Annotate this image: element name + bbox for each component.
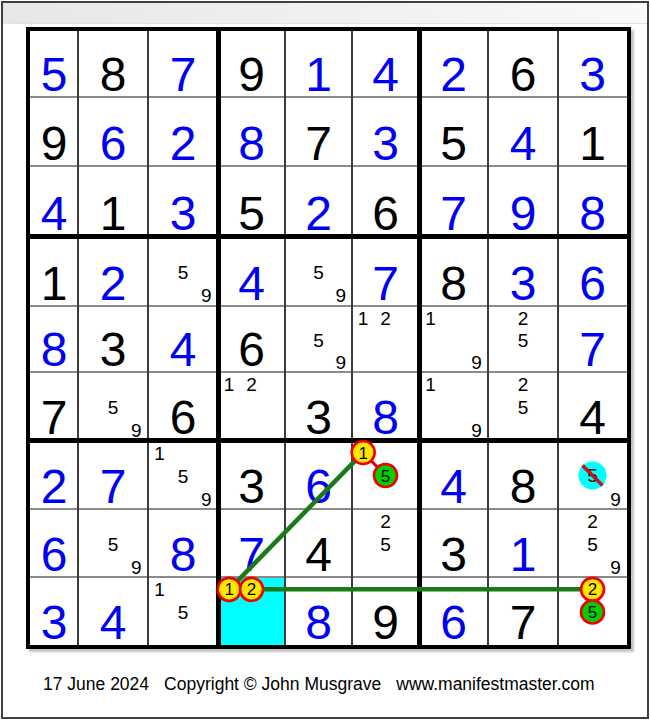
cell-r2c9[interactable]: 1 <box>558 97 627 166</box>
cell-value: 6 <box>488 51 558 99</box>
cell-value: 4 <box>488 120 558 168</box>
grid-line-h <box>30 371 627 373</box>
cell-r1c6[interactable]: 4 <box>352 31 419 97</box>
cell-value: 3 <box>419 531 488 579</box>
cell-r6c2[interactable]: 59 <box>78 372 148 440</box>
cell-value: 3 <box>78 326 148 374</box>
cell-value: 8 <box>488 463 558 511</box>
cell-r8c6[interactable]: 25 <box>352 509 419 577</box>
pencil-mark: 2 <box>518 308 529 327</box>
cell-value: 9 <box>352 599 419 647</box>
cell-value: 8 <box>78 51 148 99</box>
grid-line-h <box>30 96 627 98</box>
cell-value: 1 <box>488 531 558 579</box>
cell-value: 1 <box>78 190 148 238</box>
cell-value: 5 <box>30 51 78 99</box>
cell-r8c8[interactable]: 1 <box>488 509 558 577</box>
cell-value: 4 <box>352 51 419 99</box>
grid-line-h <box>30 305 627 307</box>
cell-r7c1[interactable]: 2 <box>30 440 78 509</box>
cell-value: 2 <box>78 260 148 308</box>
cell-value: 7 <box>352 260 419 308</box>
cell-r6c7[interactable]: 19 <box>419 372 488 440</box>
cell-r7c9[interactable]: 9 <box>558 440 627 509</box>
cell-value: 7 <box>30 394 78 442</box>
cell-r5c7[interactable]: 19 <box>419 306 488 372</box>
cell-r1c4[interactable]: 9 <box>218 31 285 97</box>
pencil-mark: 9 <box>131 557 142 576</box>
cell-r7c6[interactable] <box>352 440 419 509</box>
pencil-mark: 9 <box>471 420 482 439</box>
cell-r8c7[interactable]: 3 <box>419 509 488 577</box>
cell-value: 6 <box>285 463 352 511</box>
cell-value: 9 <box>30 120 78 168</box>
cell-r7c4[interactable]: 3 <box>218 440 285 509</box>
cell-value: 2 <box>30 463 78 511</box>
pencil-mark: 2 <box>587 512 598 531</box>
cell-r4c4[interactable]: 4 <box>218 236 285 306</box>
cell-r9c3[interactable]: 15 <box>148 577 218 645</box>
grid-line-v <box>147 31 149 645</box>
pencil-mark: 1 <box>154 580 165 599</box>
cell-value: 5 <box>419 120 488 168</box>
cell-r7c3[interactable]: 159 <box>148 440 218 509</box>
pencil-mark: 5 <box>587 535 598 554</box>
cell-value: 4 <box>148 326 218 374</box>
pencil-mark: 5 <box>313 263 324 282</box>
cell-r5c5[interactable]: 59 <box>285 306 352 372</box>
cell-r8c4[interactable]: 7 <box>218 509 285 577</box>
pencil-mark: 1 <box>425 375 436 394</box>
cell-value: 3 <box>218 463 285 511</box>
cell-value: 6 <box>30 531 78 579</box>
sudoku-board: 5879142639628735414135267981259459783683… <box>26 27 631 649</box>
cell-value: 8 <box>30 326 78 374</box>
cell-r3c5[interactable]: 2 <box>285 166 352 236</box>
cell-r9c1[interactable]: 3 <box>30 577 78 645</box>
pencil-mark: 5 <box>108 535 119 554</box>
cell-r5c9[interactable]: 7 <box>558 306 627 372</box>
pencil-mark: 9 <box>201 286 212 305</box>
cell-value: 6 <box>352 190 419 238</box>
cell-value: 4 <box>78 599 148 647</box>
cell-r5c4[interactable]: 6 <box>218 306 285 372</box>
cell-r6c8[interactable]: 25 <box>488 372 558 440</box>
grid-line-v <box>351 31 353 645</box>
cell-value: 9 <box>488 190 558 238</box>
pencil-mark: 9 <box>131 420 142 439</box>
cell-r5c6[interactable]: 12 <box>352 306 419 372</box>
grid-line-h <box>30 508 627 510</box>
cell-value: 7 <box>488 599 558 647</box>
cell-r4c9[interactable]: 6 <box>558 236 627 306</box>
pencil-mark: 5 <box>518 330 529 349</box>
cell-r5c1[interactable]: 8 <box>30 306 78 372</box>
cell-r4c8[interactable]: 3 <box>488 236 558 306</box>
footer: 17 June 2024 Copyright © John Musgrave w… <box>43 674 595 695</box>
cell-value: 7 <box>148 51 218 99</box>
cell-r6c9[interactable]: 4 <box>558 372 627 440</box>
sudoku-page: 5879142639628735414135267981259459783683… <box>0 0 650 720</box>
pencil-mark: 9 <box>336 286 347 305</box>
cell-r7c2[interactable]: 7 <box>78 440 148 509</box>
cell-value: 3 <box>352 120 419 168</box>
cell-r7c8[interactable]: 8 <box>488 440 558 509</box>
cell-r9c9[interactable] <box>558 577 627 645</box>
cell-value: 7 <box>285 120 352 168</box>
cell-r3c7[interactable]: 7 <box>419 166 488 236</box>
pencil-mark: 2 <box>518 375 529 394</box>
grid-line-v <box>557 31 559 645</box>
cell-value: 3 <box>30 599 78 647</box>
cell-r6c5[interactable]: 3 <box>285 372 352 440</box>
pencil-mark: 5 <box>518 398 529 417</box>
pencil-mark: 5 <box>313 330 324 349</box>
cell-r1c5[interactable]: 1 <box>285 31 352 97</box>
cell-r5c3[interactable]: 4 <box>148 306 218 372</box>
cell-r4c2[interactable]: 2 <box>78 236 148 306</box>
pencil-mark: 1 <box>154 443 165 462</box>
footer-url[interactable]: www.manifestmaster.com <box>396 674 594 695</box>
cell-value: 4 <box>285 531 352 579</box>
cell-r4c7[interactable]: 8 <box>419 236 488 306</box>
pencil-mark: 2 <box>380 308 391 327</box>
cell-r9c7[interactable]: 6 <box>419 577 488 645</box>
cell-r2c5[interactable]: 7 <box>285 97 352 166</box>
cell-r2c6[interactable]: 3 <box>352 97 419 166</box>
grid-line-h <box>30 576 627 578</box>
cell-value: 7 <box>218 531 285 579</box>
cell-value: 3 <box>488 260 558 308</box>
pencil-mark: 5 <box>178 263 189 282</box>
cell-r3c4[interactable]: 5 <box>218 166 285 236</box>
cell-r5c8[interactable]: 25 <box>488 306 558 372</box>
grid-line-v <box>487 31 489 645</box>
cell-r3c8[interactable]: 9 <box>488 166 558 236</box>
cell-value: 4 <box>30 190 78 238</box>
cell-r9c6[interactable]: 9 <box>352 577 419 645</box>
cell-r2c1[interactable]: 9 <box>30 97 78 166</box>
cell-value: 3 <box>285 394 352 442</box>
cell-value: 4 <box>558 394 627 442</box>
cell-r1c9[interactable]: 3 <box>558 31 627 97</box>
box-line-v <box>417 31 422 645</box>
box-line-h <box>30 234 627 239</box>
cell-value: 8 <box>285 599 352 647</box>
cell-r8c2[interactable]: 59 <box>78 509 148 577</box>
cell-r3c1[interactable]: 4 <box>30 166 78 236</box>
cell-r8c1[interactable]: 6 <box>30 509 78 577</box>
cell-r1c2[interactable]: 8 <box>78 31 148 97</box>
cell-r6c1[interactable]: 7 <box>30 372 78 440</box>
pencil-mark: 9 <box>471 352 482 371</box>
pencil-mark: 9 <box>336 352 347 371</box>
cell-value: 1 <box>285 51 352 99</box>
cell-value: 7 <box>78 463 148 511</box>
pencil-mark: 5 <box>108 398 119 417</box>
cell-r3c2[interactable]: 1 <box>78 166 148 236</box>
cell-value: 1 <box>558 120 627 168</box>
cell-value: 2 <box>148 120 218 168</box>
cell-r4c6[interactable]: 7 <box>352 236 419 306</box>
top-toolbar <box>3 3 647 24</box>
cell-value: 6 <box>419 599 488 647</box>
cell-r2c3[interactable]: 2 <box>148 97 218 166</box>
cell-r1c3[interactable]: 7 <box>148 31 218 97</box>
cell-r1c1[interactable]: 5 <box>30 31 78 97</box>
box-line-v <box>216 31 221 645</box>
cell-r8c5[interactable]: 4 <box>285 509 352 577</box>
grid-line-v <box>284 31 286 645</box>
box-line-h <box>30 438 627 443</box>
cell-value: 3 <box>558 51 627 99</box>
pencil-mark: 2 <box>380 512 391 531</box>
cell-r8c9[interactable]: 259 <box>558 509 627 577</box>
cell-r8c3[interactable]: 8 <box>148 509 218 577</box>
grid-line-v <box>77 31 79 645</box>
cell-value: 6 <box>148 394 218 442</box>
pencil-mark: 1 <box>358 308 369 327</box>
cell-r4c5[interactable]: 59 <box>285 236 352 306</box>
cell-value: 7 <box>558 326 627 374</box>
cell-value: 8 <box>352 394 419 442</box>
cell-r4c3[interactable]: 59 <box>148 236 218 306</box>
grid-line-h <box>30 165 627 167</box>
cell-r2c2[interactable]: 6 <box>78 97 148 166</box>
cell-r3c6[interactable]: 6 <box>352 166 419 236</box>
pencil-mark: 5 <box>178 466 189 485</box>
cell-r4c1[interactable]: 1 <box>30 236 78 306</box>
pencil-mark: 9 <box>610 489 621 508</box>
cell-r9c8[interactable]: 7 <box>488 577 558 645</box>
cell-value: 5 <box>218 190 285 238</box>
cell-value: 2 <box>285 190 352 238</box>
cell-value: 6 <box>558 260 627 308</box>
cell-r6c6[interactable]: 8 <box>352 372 419 440</box>
cell-r3c3[interactable]: 3 <box>148 166 218 236</box>
cell-r2c8[interactable]: 4 <box>488 97 558 166</box>
cell-r5c2[interactable]: 3 <box>78 306 148 372</box>
pencil-mark: 9 <box>610 557 621 576</box>
cell-r1c8[interactable]: 6 <box>488 31 558 97</box>
pencil-mark: 5 <box>178 603 189 622</box>
cell-r9c4[interactable] <box>218 577 285 645</box>
pencil-mark: 5 <box>380 535 391 554</box>
cell-r7c5[interactable]: 6 <box>285 440 352 509</box>
cell-r9c2[interactable]: 4 <box>78 577 148 645</box>
cell-value: 7 <box>419 190 488 238</box>
cell-r3c9[interactable]: 8 <box>558 166 627 236</box>
pencil-mark: 1 <box>425 308 436 327</box>
cell-r7c7[interactable]: 4 <box>419 440 488 509</box>
cell-value: 8 <box>148 531 218 579</box>
cell-value: 4 <box>218 260 285 308</box>
pencil-mark: 9 <box>201 489 212 508</box>
cell-value: 9 <box>218 51 285 99</box>
cell-value: 8 <box>218 120 285 168</box>
cell-value: 8 <box>419 260 488 308</box>
cell-r6c3[interactable]: 6 <box>148 372 218 440</box>
cell-r2c4[interactable]: 8 <box>218 97 285 166</box>
cell-value: 2 <box>419 51 488 99</box>
cell-value: 4 <box>419 463 488 511</box>
cell-r1c7[interactable]: 2 <box>419 31 488 97</box>
cell-value: 8 <box>558 190 627 238</box>
cell-value: 1 <box>30 260 78 308</box>
sudoku-grid: 5879142639628735414135267981259459783683… <box>30 31 627 645</box>
cell-r9c5[interactable]: 8 <box>285 577 352 645</box>
pencil-mark: 2 <box>246 375 257 394</box>
cell-value: 6 <box>218 326 285 374</box>
pencil-mark: 1 <box>224 375 235 394</box>
cell-r6c4[interactable]: 12 <box>218 372 285 440</box>
cell-r2c7[interactable]: 5 <box>419 97 488 166</box>
cell-value: 6 <box>78 120 148 168</box>
footer-date: 17 June 2024 <box>43 674 149 695</box>
footer-copyright: Copyright © John Musgrave <box>164 674 381 695</box>
cell-value: 3 <box>148 190 218 238</box>
